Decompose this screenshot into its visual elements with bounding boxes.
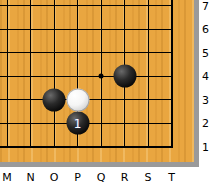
grid-line-horizontal-6 (0, 29, 173, 30)
column-label-N: N (20, 170, 42, 186)
grid-line-vertical-N (30, 0, 31, 148)
white-stone-P3[interactable] (66, 88, 89, 111)
black-stone-O3[interactable] (43, 88, 66, 111)
grid-line-horizontal-1 (0, 146, 173, 148)
row-label-3: 3 (199, 93, 212, 108)
go-diagram: 1 MNOPQRST7654321 (0, 0, 212, 188)
row-label-4: 4 (199, 69, 212, 84)
move-number-label: 1 (74, 117, 82, 129)
grid-line-vertical-O (54, 0, 55, 148)
column-label-P: P (67, 170, 89, 186)
column-label-O: O (43, 170, 65, 186)
grid-line-vertical-M (7, 0, 8, 148)
row-label-2: 2 (199, 116, 212, 131)
row-label-1: 1 (199, 140, 212, 155)
black-stone-P2[interactable]: 1 (66, 112, 89, 135)
grid-line-vertical-T (171, 0, 173, 148)
black-stone-R4[interactable] (113, 65, 136, 88)
row-label-5: 5 (199, 46, 212, 61)
row-label-6: 6 (199, 22, 212, 37)
column-label-Q: Q (90, 170, 112, 186)
column-label-M: M (0, 170, 18, 186)
go-board[interactable]: 1 (0, 0, 194, 162)
star-point-Q4 (99, 74, 104, 79)
grid-line-horizontal-4 (0, 76, 173, 77)
column-label-T: T (161, 170, 183, 186)
row-label-7: 7 (199, 0, 212, 14)
column-label-R: R (114, 170, 136, 186)
grid-line-vertical-S (148, 0, 149, 148)
grid-line-horizontal-5 (0, 52, 173, 53)
column-label-S: S (137, 170, 159, 186)
board-shadow-border: 1 (0, 0, 199, 167)
grid-line-horizontal-7 (0, 5, 173, 6)
